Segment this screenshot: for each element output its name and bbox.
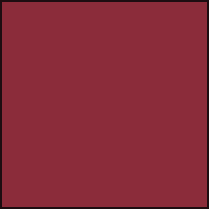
chess-board-frame [0, 0, 209, 209]
chess-board [5, 5, 204, 204]
